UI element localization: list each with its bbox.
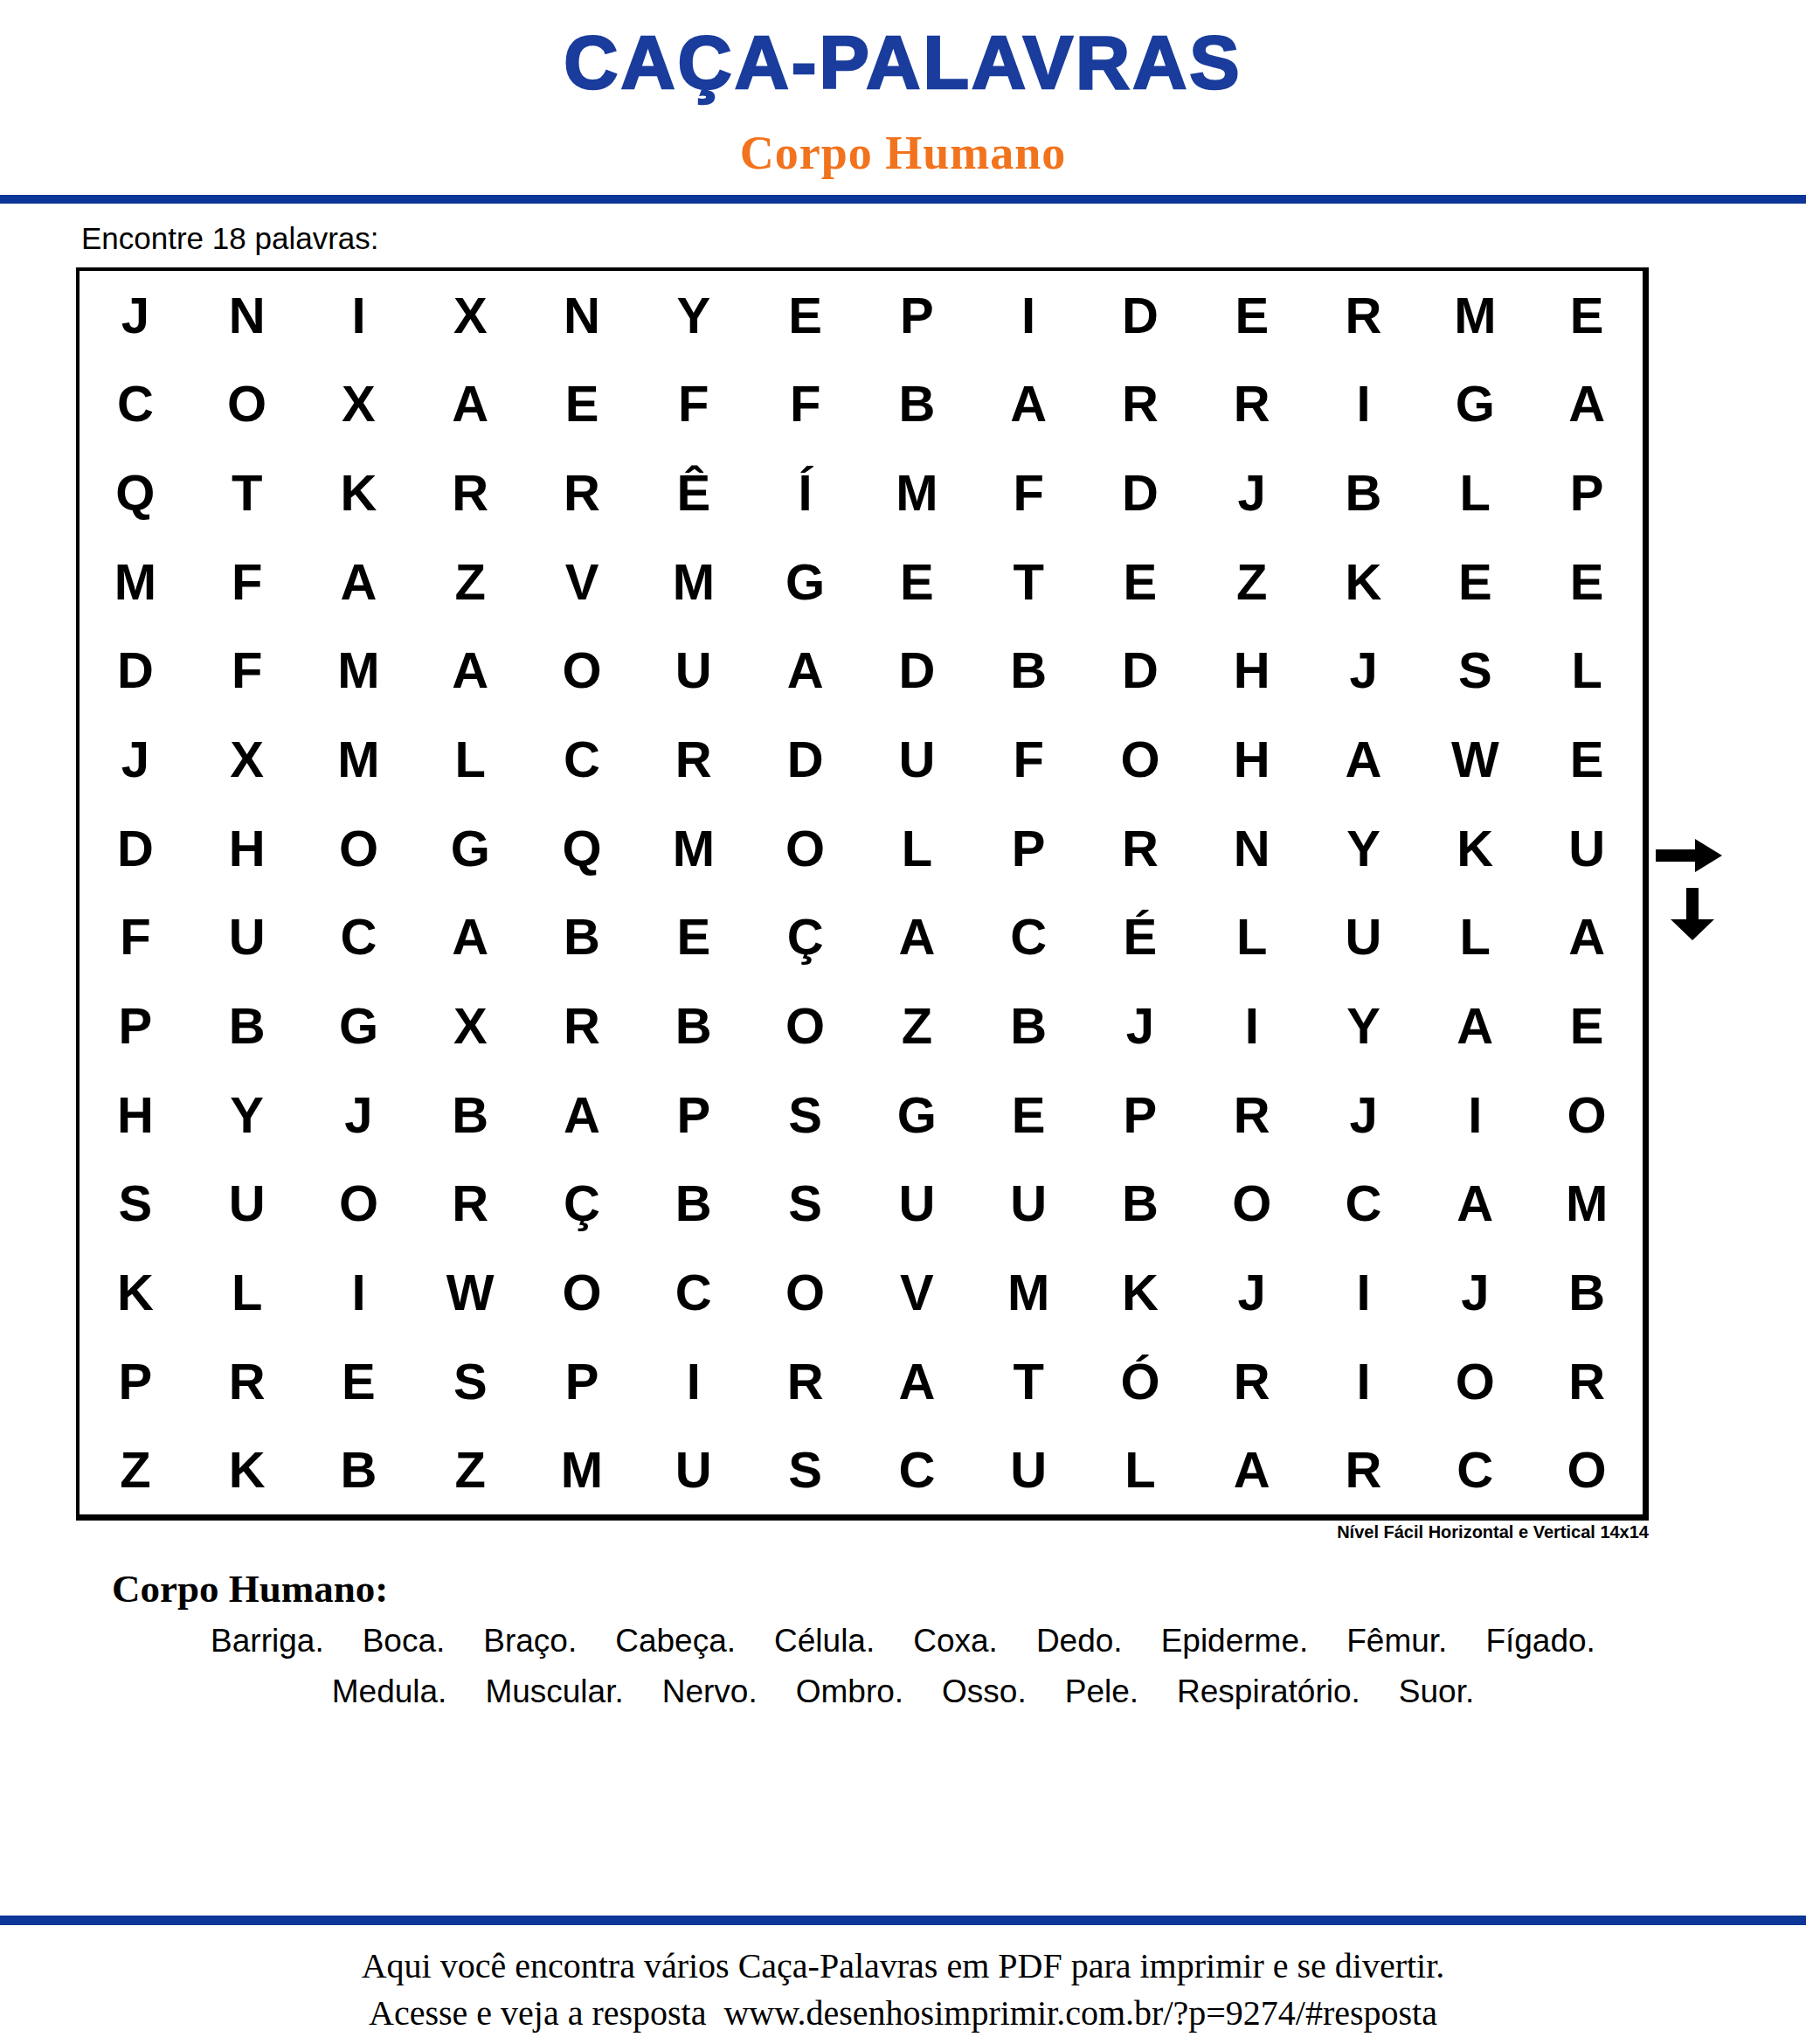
grid-cell: D xyxy=(1084,627,1196,716)
grid-cell: H xyxy=(1196,715,1308,804)
grid-cell: P xyxy=(1084,1071,1196,1160)
grid-cell: N xyxy=(191,271,303,360)
grid-cell: Ç xyxy=(750,893,861,982)
grid-cell: I xyxy=(1308,1337,1420,1426)
grid-cell: E xyxy=(1531,537,1643,627)
grid-cell: R xyxy=(1308,271,1420,360)
grid-cell: P xyxy=(1531,448,1643,537)
grid-cell: B xyxy=(303,1425,415,1514)
grid-cell: Í xyxy=(750,448,861,537)
grid-cell: B xyxy=(972,981,1084,1071)
grid-cell: O xyxy=(1531,1425,1643,1514)
grid-cell: J xyxy=(303,1071,415,1160)
grid-cell: B xyxy=(1084,1159,1196,1248)
grid-cell: C xyxy=(526,715,638,804)
grid-cell: U xyxy=(861,715,972,804)
grid-cell: C xyxy=(1419,1425,1531,1514)
grid-cell: S xyxy=(750,1425,861,1514)
grid-cell: R xyxy=(750,1337,861,1426)
grid-cell: A xyxy=(861,893,972,982)
grid-cell: A xyxy=(1196,1425,1308,1514)
grid-cell: S xyxy=(80,1159,191,1248)
grid-cell: S xyxy=(1419,627,1531,716)
grid-cell: R xyxy=(526,981,638,1071)
grid-cell: U xyxy=(191,1159,303,1248)
grid-cell: Y xyxy=(1308,981,1420,1071)
grid-cell: O xyxy=(526,1248,638,1337)
grid-cell: A xyxy=(972,360,1084,449)
grid-cell: O xyxy=(526,627,638,716)
grid-cell: M xyxy=(638,804,750,893)
grid-cell: Y xyxy=(638,271,750,360)
grid-cell: X xyxy=(191,715,303,804)
grid-cell: R xyxy=(191,1337,303,1426)
grid-cell: K xyxy=(1419,804,1531,893)
grid-cell: M xyxy=(303,627,415,716)
grid-cell: T xyxy=(191,448,303,537)
grid-cell: I xyxy=(1419,1071,1531,1160)
grid-cell: V xyxy=(861,1248,972,1337)
word-list-item: Epiderme. xyxy=(1161,1622,1309,1660)
grid-cell: W xyxy=(1419,715,1531,804)
grid-cell: J xyxy=(1419,1248,1531,1337)
grid-cell: O xyxy=(1419,1337,1531,1426)
word-list-item: Barriga. xyxy=(211,1622,324,1660)
grid-cell: P xyxy=(972,804,1084,893)
word-list-item: Nervo. xyxy=(662,1673,758,1711)
grid-cell: K xyxy=(191,1425,303,1514)
grid-cell: I xyxy=(1308,360,1420,449)
grid-cell: V xyxy=(526,537,638,627)
word-list-item: Boca. xyxy=(363,1622,446,1660)
grid-cell: I xyxy=(1196,981,1308,1071)
grid-cell: O xyxy=(1084,715,1196,804)
grid-cell: A xyxy=(526,1071,638,1160)
grid-cell: O xyxy=(1196,1159,1308,1248)
grid-cell: I xyxy=(303,271,415,360)
grid-cell: H xyxy=(1196,627,1308,716)
grid-cell: X xyxy=(414,271,526,360)
grid-cell: E xyxy=(972,1071,1084,1160)
grid-cell: P xyxy=(526,1337,638,1426)
grid-cell: B xyxy=(526,893,638,982)
worksheet-page: CAÇA-PALAVRAS Corpo Humano Encontre 18 p… xyxy=(0,0,1806,2044)
grid-cell: G xyxy=(303,981,415,1071)
grid-cell: É xyxy=(1084,893,1196,982)
word-list-item: Suor. xyxy=(1399,1673,1474,1711)
grid-cell: Q xyxy=(80,448,191,537)
grid-cell: O xyxy=(303,1159,415,1248)
grid-cell: Z xyxy=(861,981,972,1071)
grid-cell: J xyxy=(1196,1248,1308,1337)
grid-cell: U xyxy=(638,1425,750,1514)
grid-cell: J xyxy=(80,271,191,360)
grid-cell: A xyxy=(1308,715,1420,804)
grid-cell: K xyxy=(1084,1248,1196,1337)
word-list-item: Ombro. xyxy=(796,1673,903,1711)
grid-cell: X xyxy=(414,981,526,1071)
grid-cell: R xyxy=(1531,1337,1643,1426)
grid-cell: Ó xyxy=(1084,1337,1196,1426)
grid-cell: L xyxy=(1084,1425,1196,1514)
grid-cell: T xyxy=(972,537,1084,627)
grid-cell: S xyxy=(750,1071,861,1160)
grid-cell: U xyxy=(638,627,750,716)
word-list-item: Pele. xyxy=(1065,1673,1138,1711)
grid-cell: J xyxy=(1196,448,1308,537)
grid-cell: M xyxy=(1419,271,1531,360)
grid-cell: U xyxy=(1308,893,1420,982)
grid-cell: S xyxy=(750,1159,861,1248)
grid-cell: O xyxy=(303,804,415,893)
grid-cell: L xyxy=(1419,893,1531,982)
grid-cell: K xyxy=(1308,537,1420,627)
grid-cell: Z xyxy=(414,1425,526,1514)
right-arrow-icon xyxy=(1656,839,1722,872)
grid-cell: E xyxy=(750,271,861,360)
grid-cell: O xyxy=(750,804,861,893)
grid-cell: A xyxy=(750,627,861,716)
grid-cell: Z xyxy=(1196,537,1308,627)
grid-cell: L xyxy=(1531,627,1643,716)
grid-cell: U xyxy=(1531,804,1643,893)
grid-cell: E xyxy=(1419,537,1531,627)
grid-cell: P xyxy=(80,981,191,1071)
grid-cell: G xyxy=(1419,360,1531,449)
grid-cell: R xyxy=(414,1159,526,1248)
grid-cell: B xyxy=(861,360,972,449)
grid-cell: I xyxy=(972,271,1084,360)
grid-cell: E xyxy=(638,893,750,982)
word-list-item: Respiratório. xyxy=(1177,1673,1360,1711)
grid-cell: K xyxy=(80,1248,191,1337)
word-list-item: Coxa. xyxy=(913,1622,998,1660)
grid-cell: U xyxy=(972,1159,1084,1248)
grid-cell: R xyxy=(526,448,638,537)
grid-cell: L xyxy=(1196,893,1308,982)
grid-cell: B xyxy=(1531,1248,1643,1337)
grid-cell: E xyxy=(1196,271,1308,360)
instruction-text: Encontre 18 palavras: xyxy=(81,220,378,257)
word-list-item: Célula. xyxy=(774,1622,875,1660)
grid-cell: R xyxy=(1196,1071,1308,1160)
grid-cell: C xyxy=(80,360,191,449)
word-list-item: Braço. xyxy=(483,1622,577,1660)
grid-cell: W xyxy=(414,1248,526,1337)
grid-cell: C xyxy=(1308,1159,1420,1248)
grid-cell: E xyxy=(861,537,972,627)
grid-cell: Q xyxy=(526,804,638,893)
grid-cell: B xyxy=(972,627,1084,716)
grid-cell: J xyxy=(1308,627,1420,716)
grid-cell: C xyxy=(638,1248,750,1337)
grid-cell: M xyxy=(526,1425,638,1514)
grid-cell: R xyxy=(1196,360,1308,449)
grid-cell: M xyxy=(1531,1159,1643,1248)
grid-cell: I xyxy=(638,1337,750,1426)
grid-cell: M xyxy=(861,448,972,537)
grid-cell: D xyxy=(1084,271,1196,360)
grid-cell: S xyxy=(414,1337,526,1426)
grid-cell: N xyxy=(526,271,638,360)
word-search-grid: JNIXNYEPIDERMECOXAEFFBARRIGAQTKRRÊÍMFDJB… xyxy=(76,267,1649,1521)
grid-cell: L xyxy=(861,804,972,893)
grid-cell: E xyxy=(303,1337,415,1426)
grid-cell: C xyxy=(972,893,1084,982)
grid-cell: N xyxy=(1196,804,1308,893)
grid-cell: K xyxy=(303,448,415,537)
grid-cell: F xyxy=(80,893,191,982)
grid-cell: J xyxy=(1084,981,1196,1071)
grid-cell: H xyxy=(191,804,303,893)
word-list-line-1: Barriga.Boca.Braço.Cabeça.Célula.Coxa.De… xyxy=(0,1622,1806,1660)
grid-cell: E xyxy=(1531,715,1643,804)
grid-cell: U xyxy=(191,893,303,982)
word-list-item: Cabeça. xyxy=(615,1622,736,1660)
grid-cell: X xyxy=(303,360,415,449)
page-subtitle: Corpo Humano xyxy=(0,128,1806,179)
grid-cell: M xyxy=(972,1248,1084,1337)
grid-cell: M xyxy=(80,537,191,627)
grid-cell: Y xyxy=(1308,804,1420,893)
top-divider-bar xyxy=(0,195,1806,204)
grid-cell: Z xyxy=(414,537,526,627)
grid-cell: E xyxy=(526,360,638,449)
grid-cell: F xyxy=(638,360,750,449)
word-list-heading: Corpo Humano: xyxy=(112,1566,388,1611)
grid-cell: O xyxy=(1531,1071,1643,1160)
bottom-divider-bar xyxy=(0,1916,1806,1925)
grid-cell: F xyxy=(191,537,303,627)
grid-cell: C xyxy=(303,893,415,982)
footer-line-2: Acesse e veja a resposta www.desenhosimp… xyxy=(0,1992,1806,2034)
grid-cell: R xyxy=(1308,1425,1420,1514)
word-list-line-2: Medula.Muscular.Nervo.Ombro.Osso.Pele.Re… xyxy=(0,1673,1806,1711)
grid-cell: F xyxy=(750,360,861,449)
grid-cell: D xyxy=(861,627,972,716)
grid-cell: H xyxy=(80,1071,191,1160)
grid-cell: B xyxy=(638,981,750,1071)
word-list-item: Fêmur. xyxy=(1346,1622,1447,1660)
grid-cell: E xyxy=(1084,537,1196,627)
grid-cell: R xyxy=(1084,804,1196,893)
grid-cell: D xyxy=(750,715,861,804)
grid-cell: A xyxy=(861,1337,972,1426)
word-list-item: Osso. xyxy=(942,1673,1027,1711)
grid-cell: B xyxy=(414,1071,526,1160)
word-list-item: Medula. xyxy=(332,1673,447,1711)
grid-cell: B xyxy=(1308,448,1420,537)
grid-cell: R xyxy=(1084,360,1196,449)
grid-cell: G xyxy=(750,537,861,627)
word-list-item: Muscular. xyxy=(485,1673,623,1711)
grid-cell: E xyxy=(1531,271,1643,360)
grid-cell: A xyxy=(1419,981,1531,1071)
grid-cell: A xyxy=(414,360,526,449)
grid-cell: R xyxy=(638,715,750,804)
grid-cell: M xyxy=(303,715,415,804)
grid-cell: O xyxy=(191,360,303,449)
grid-cell: L xyxy=(1419,448,1531,537)
grid-cell: Ê xyxy=(638,448,750,537)
grid-cell: P xyxy=(80,1337,191,1426)
grid-cell: T xyxy=(972,1337,1084,1426)
grid-cell: L xyxy=(414,715,526,804)
grid-cell: D xyxy=(1084,448,1196,537)
grid-cell: Y xyxy=(191,1071,303,1160)
grid-difficulty-note: Nível Fácil Horizontal e Vertical 14x14 xyxy=(1337,1522,1649,1542)
grid-cell: B xyxy=(191,981,303,1071)
grid-cell: U xyxy=(861,1159,972,1248)
grid-cell: A xyxy=(1531,893,1643,982)
grid-cell: J xyxy=(1308,1071,1420,1160)
grid-cell: A xyxy=(303,537,415,627)
grid-cell: A xyxy=(414,627,526,716)
grid-cell: M xyxy=(638,537,750,627)
grid-cell: E xyxy=(1531,981,1643,1071)
grid-cell: F xyxy=(191,627,303,716)
grid-cell: R xyxy=(1196,1337,1308,1426)
grid-cell: P xyxy=(638,1071,750,1160)
grid-cell: D xyxy=(80,627,191,716)
grid-cell: L xyxy=(191,1248,303,1337)
grid-cell: J xyxy=(80,715,191,804)
grid-cell: O xyxy=(750,981,861,1071)
grid-cell: Z xyxy=(80,1425,191,1514)
page-title: CAÇA-PALAVRAS xyxy=(0,21,1806,104)
grid-cell: C xyxy=(861,1425,972,1514)
word-list-item: Fígado. xyxy=(1485,1622,1595,1660)
grid-cell: G xyxy=(861,1071,972,1160)
grid-cell: A xyxy=(1531,360,1643,449)
grid-cell: G xyxy=(414,804,526,893)
grid-cell: R xyxy=(414,448,526,537)
word-list-item: Dedo. xyxy=(1036,1622,1123,1660)
grid-cell: F xyxy=(972,448,1084,537)
grid-cell: U xyxy=(972,1425,1084,1514)
grid-cell: F xyxy=(972,715,1084,804)
grid-cell: I xyxy=(303,1248,415,1337)
grid-cell: Ç xyxy=(526,1159,638,1248)
grid-cell: B xyxy=(638,1159,750,1248)
down-arrow-icon xyxy=(1671,888,1714,940)
grid-cell: A xyxy=(1419,1159,1531,1248)
grid-cell: P xyxy=(861,271,972,360)
grid-cell: I xyxy=(1308,1248,1420,1337)
grid-cell: D xyxy=(80,804,191,893)
grid-cell: A xyxy=(414,893,526,982)
footer-line-1: Aqui você encontra vários Caça-Palavras … xyxy=(0,1945,1806,1987)
grid-cell: O xyxy=(750,1248,861,1337)
